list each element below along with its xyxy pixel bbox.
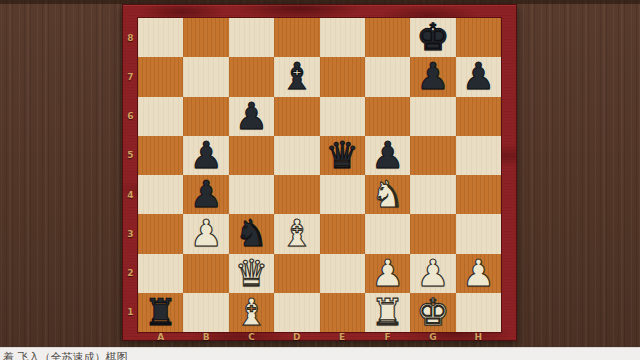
rank-label-5: 5 (123, 136, 138, 175)
square-a4[interactable] (138, 175, 183, 214)
square-c2[interactable]: ♛ (229, 254, 274, 293)
square-b3[interactable]: ♟ (183, 214, 228, 253)
piece-white-pawn[interactable]: ♟ (416, 255, 449, 292)
square-g3[interactable] (410, 214, 455, 253)
square-d3[interactable]: ♝ (274, 214, 319, 253)
file-labels: ABCDEFGH (138, 332, 501, 341)
rank-label-7: 7 (123, 57, 138, 96)
square-d5[interactable] (274, 136, 319, 175)
square-f4[interactable]: ♞ (365, 175, 410, 214)
square-f6[interactable] (365, 97, 410, 136)
square-a3[interactable] (138, 214, 183, 253)
file-label-b: B (183, 332, 228, 342)
file-label-h: H (456, 332, 501, 342)
square-d6[interactable] (274, 97, 319, 136)
square-e2[interactable] (320, 254, 365, 293)
piece-black-queen[interactable]: ♛ (326, 137, 359, 174)
square-d7[interactable]: ♝ (274, 57, 319, 96)
rank-label-6: 6 (123, 97, 138, 136)
square-e8[interactable] (320, 18, 365, 57)
square-g4[interactable] (410, 175, 455, 214)
rank-label-4: 4 (123, 175, 138, 214)
square-c4[interactable] (229, 175, 274, 214)
piece-white-pawn[interactable]: ♟ (189, 215, 222, 252)
rank-label-8: 8 (123, 18, 138, 57)
square-h6[interactable] (456, 97, 501, 136)
file-label-d: D (274, 332, 319, 342)
square-a1[interactable]: ♜ (138, 293, 183, 332)
square-g2[interactable]: ♟ (410, 254, 455, 293)
piece-black-pawn[interactable]: ♟ (235, 98, 268, 135)
square-g7[interactable]: ♟ (410, 57, 455, 96)
piece-white-knight[interactable]: ♞ (371, 176, 404, 213)
piece-white-pawn[interactable]: ♟ (371, 255, 404, 292)
square-a6[interactable] (138, 97, 183, 136)
square-c5[interactable] (229, 136, 274, 175)
square-e5[interactable]: ♛ (320, 136, 365, 175)
square-c8[interactable] (229, 18, 274, 57)
file-label-g: G (410, 332, 455, 342)
square-f1[interactable]: ♜ (365, 293, 410, 332)
square-h8[interactable] (456, 18, 501, 57)
square-f3[interactable] (365, 214, 410, 253)
square-b2[interactable] (183, 254, 228, 293)
rank-label-3: 3 (123, 214, 138, 253)
file-label-f: F (365, 332, 410, 342)
square-g5[interactable] (410, 136, 455, 175)
chess-board[interactable]: ♚♝♟♟♟♟♛♟♟♞♟♞♝♛♟♟♟♜♝♜♚ (138, 18, 501, 332)
piece-black-king[interactable]: ♚ (416, 19, 449, 56)
square-b5[interactable]: ♟ (183, 136, 228, 175)
square-h2[interactable]: ♟ (456, 254, 501, 293)
square-b8[interactable] (183, 18, 228, 57)
square-f7[interactable] (365, 57, 410, 96)
square-f5[interactable]: ♟ (365, 136, 410, 175)
square-a7[interactable] (138, 57, 183, 96)
chess-board-frame: 87654321 ♚♝♟♟♟♟♛♟♟♞♟♞♝♛♟♟♟♜♝♜♚ ABCDEFGH (122, 4, 517, 341)
piece-white-queen[interactable]: ♛ (235, 255, 268, 292)
square-d8[interactable] (274, 18, 319, 57)
square-b4[interactable]: ♟ (183, 175, 228, 214)
square-c3[interactable]: ♞ (229, 214, 274, 253)
piece-black-pawn[interactable]: ♟ (371, 137, 404, 174)
square-d1[interactable] (274, 293, 319, 332)
rank-label-1: 1 (123, 293, 138, 332)
square-e6[interactable] (320, 97, 365, 136)
square-g6[interactable] (410, 97, 455, 136)
piece-black-pawn[interactable]: ♟ (189, 137, 222, 174)
piece-white-pawn[interactable]: ♟ (462, 255, 495, 292)
piece-white-rook[interactable]: ♜ (371, 294, 404, 331)
square-h3[interactable] (456, 214, 501, 253)
piece-white-bishop[interactable]: ♝ (235, 294, 268, 331)
square-d2[interactable] (274, 254, 319, 293)
square-a5[interactable] (138, 136, 183, 175)
square-f2[interactable]: ♟ (365, 254, 410, 293)
file-label-a: A (138, 332, 183, 342)
rank-label-2: 2 (123, 254, 138, 293)
file-label-e: E (320, 332, 365, 342)
square-g8[interactable]: ♚ (410, 18, 455, 57)
piece-black-pawn[interactable]: ♟ (462, 58, 495, 95)
square-c1[interactable]: ♝ (229, 293, 274, 332)
square-c6[interactable]: ♟ (229, 97, 274, 136)
square-f8[interactable] (365, 18, 410, 57)
square-h7[interactable]: ♟ (456, 57, 501, 96)
piece-black-knight[interactable]: ♞ (235, 215, 268, 252)
square-b1[interactable] (183, 293, 228, 332)
piece-white-king[interactable]: ♚ (416, 294, 449, 331)
piece-black-bishop[interactable]: ♝ (280, 58, 313, 95)
square-b7[interactable] (183, 57, 228, 96)
rank-labels: 87654321 (123, 18, 138, 332)
square-a8[interactable] (138, 18, 183, 57)
square-e7[interactable] (320, 57, 365, 96)
square-b6[interactable] (183, 97, 228, 136)
square-h1[interactable] (456, 293, 501, 332)
square-a2[interactable] (138, 254, 183, 293)
piece-white-bishop[interactable]: ♝ (280, 215, 313, 252)
square-g1[interactable]: ♚ (410, 293, 455, 332)
square-h5[interactable] (456, 136, 501, 175)
square-h4[interactable] (456, 175, 501, 214)
piece-black-pawn[interactable]: ♟ (189, 176, 222, 213)
status-bar: 着 飞入（全苏速成）棋图 (0, 347, 640, 360)
file-label-c: C (229, 332, 274, 342)
square-c7[interactable] (229, 57, 274, 96)
square-d4[interactable] (274, 175, 319, 214)
piece-black-pawn[interactable]: ♟ (416, 58, 449, 95)
caption-text: 着 飞入（全苏速成）棋图 (3, 351, 128, 360)
square-e3[interactable] (320, 214, 365, 253)
square-e1[interactable] (320, 293, 365, 332)
piece-black-rook[interactable]: ♜ (144, 294, 177, 331)
square-e4[interactable] (320, 175, 365, 214)
